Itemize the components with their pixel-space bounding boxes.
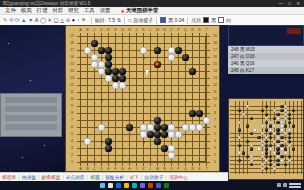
stone-black — [280, 109, 283, 112]
stone-black — [161, 131, 167, 137]
stone-white — [257, 147, 260, 150]
stone-black — [280, 155, 283, 158]
black-chip-label: 黑 — [211, 17, 216, 23]
stone-black — [265, 105, 268, 108]
stone-black — [276, 159, 279, 162]
stone-white — [175, 131, 181, 137]
analysis-panel-header — [228, 25, 304, 46]
tray-date[interactable] — [289, 186, 301, 188]
stone-white — [284, 117, 287, 120]
komi-value[interactable]: 7.5 — [108, 17, 115, 23]
star-point — [185, 99, 187, 101]
stone-white — [280, 159, 283, 162]
stone-black — [98, 47, 104, 53]
go-app-icon[interactable] — [148, 183, 153, 188]
coord-number: 11 — [68, 89, 76, 96]
stone-white — [261, 140, 264, 143]
stone-white — [261, 124, 264, 127]
panel-logo — [287, 28, 301, 34]
stone-white — [284, 132, 287, 135]
coord-number: 18 — [211, 40, 219, 47]
coord-number: 16 — [211, 54, 219, 61]
stone-white — [273, 124, 276, 127]
stone-white — [269, 147, 272, 150]
stone-white — [242, 113, 245, 116]
stone-white — [168, 47, 174, 53]
white-chip-label: 白 — [226, 17, 231, 23]
stone-black — [105, 68, 111, 74]
coord-number: 9 — [211, 103, 219, 110]
stone-white — [189, 124, 195, 130]
star-point — [143, 141, 145, 143]
stone-black — [288, 132, 291, 135]
bottom-bar-button[interactable]: 纯净版 — [20, 174, 38, 180]
cross-mark-icon[interactable]: ✕ — [47, 17, 52, 23]
score-label: 黑 0.04 — [168, 17, 184, 23]
bottom-bar-button[interactable]: 凌点对弈 — [64, 174, 87, 180]
stone-black — [276, 128, 279, 131]
circle-mark-icon[interactable]: ◯ — [40, 17, 46, 23]
stone-black — [119, 75, 125, 81]
stone-black — [154, 131, 160, 137]
stone-white — [276, 136, 279, 139]
coord-number: 3 — [68, 145, 76, 152]
coord-number: 13 — [68, 75, 76, 82]
stone-black — [265, 167, 268, 170]
stone-white — [250, 144, 253, 147]
stone-white — [112, 82, 118, 88]
stone-black — [276, 147, 279, 150]
dialog-row — [5, 106, 57, 112]
stone-black — [182, 54, 188, 60]
stone-white — [284, 109, 287, 112]
stone-black — [288, 136, 291, 139]
search-icon[interactable] — [108, 183, 113, 188]
system-tray[interactable] — [277, 183, 301, 188]
info-dialog[interactable] — [0, 93, 62, 137]
taskbar-icons — [100, 183, 169, 188]
stone-white — [147, 124, 153, 130]
star-point — [185, 141, 187, 143]
stone-white — [203, 117, 209, 123]
edit-icon[interactable]: ✎ — [3, 17, 8, 23]
stone-white — [276, 144, 279, 147]
tray-clock[interactable] — [289, 183, 301, 185]
coord-number: 15 — [211, 61, 219, 68]
desktop-background — [0, 25, 65, 172]
move-list-row[interactable]: 248 黑 M15 — [228, 46, 304, 53]
stone-white — [276, 117, 279, 120]
toolbar-separator — [156, 17, 157, 24]
komi-spinner[interactable]: ⇅ — [117, 17, 121, 23]
stone-black — [189, 68, 195, 74]
bottom-bar-button[interactable]: 棋谱库 — [0, 174, 18, 180]
menu-item[interactable]: 工具 — [84, 7, 95, 13]
coord-number: 14 — [68, 68, 76, 75]
menu-item[interactable]: 研究 — [68, 7, 79, 13]
stone-black — [238, 159, 241, 162]
stone-white — [261, 144, 264, 147]
stone-white — [261, 163, 264, 166]
black-stone-icon[interactable]: ● — [72, 17, 75, 23]
komi-label: 贴目: — [95, 17, 106, 23]
bottom-feature-bar: 棋谱库|纯净版|超级棋盘|凌点对弈|棋规|智能分析|试下|自动数子|培训中心 — [0, 172, 228, 181]
auto-capture-label: 自动提子 — [133, 17, 153, 23]
settings-icon[interactable] — [164, 183, 169, 188]
stone-black — [250, 117, 253, 120]
stone-white — [261, 132, 264, 135]
stone-black — [288, 117, 291, 120]
stone-black — [269, 163, 272, 166]
stone-black — [112, 75, 118, 81]
menu-item[interactable]: 文件 — [5, 7, 16, 13]
stone-black — [250, 147, 253, 150]
coord-number: 2 — [68, 152, 76, 159]
stone-black — [238, 144, 241, 147]
star-point — [143, 99, 145, 101]
toolbar-separator — [187, 17, 188, 24]
coord-number: 8 — [211, 110, 219, 117]
chat-icon[interactable] — [156, 183, 161, 188]
coord-number: 10 — [211, 96, 219, 103]
mail-icon[interactable] — [140, 183, 145, 188]
dialog-row — [5, 124, 57, 130]
stone-black — [269, 136, 272, 139]
stone-white — [273, 109, 276, 112]
stone-black — [265, 140, 268, 143]
coord-number: 12 — [211, 82, 219, 89]
stone-white — [288, 128, 291, 131]
stone-white — [84, 47, 90, 53]
stone-black — [175, 47, 181, 53]
stone-black — [265, 144, 268, 147]
stone-black — [280, 136, 283, 139]
board-coordinates-left: 19181716151413121110987654321 — [68, 33, 76, 166]
bottom-bar-button[interactable]: 培训中心 — [167, 174, 190, 180]
stone-white — [288, 144, 291, 147]
stone-white — [182, 124, 188, 130]
stone-black — [147, 131, 153, 137]
coord-number: 3 — [211, 145, 219, 152]
stone-white — [261, 167, 264, 170]
coord-number: 16 — [68, 54, 76, 61]
menu-item[interactable]: 打谱 — [37, 7, 48, 13]
stone-white — [168, 131, 174, 137]
coord-number: 1 — [68, 159, 76, 166]
toolbar-icons: ✎⟲⟳▲▼A◯✕▢△⊘●◔⚑ — [3, 16, 88, 25]
coord-number: 15 — [68, 61, 76, 68]
stone-white — [265, 136, 268, 139]
auto-capture-checkbox[interactable]: □ — [128, 17, 131, 23]
stone-black — [105, 54, 111, 60]
stone-black — [288, 140, 291, 143]
coord-number: 5 — [211, 131, 219, 138]
stone-white — [168, 124, 174, 130]
stone-black — [154, 47, 160, 53]
coord-number: 9 — [68, 103, 76, 110]
stone-white — [265, 117, 268, 120]
last-move-marker — [156, 63, 158, 65]
stone-black — [154, 124, 160, 130]
main-board-panel: ABCDEFGHJKLMNOPQRST ABCDEFGHJKLMNOPQRST … — [65, 25, 220, 172]
coord-number: 17 — [211, 47, 219, 54]
coord-number: 17 — [68, 47, 76, 54]
blue-chip-icon — [160, 17, 166, 23]
stone-white — [140, 124, 146, 130]
coord-number: 14 — [211, 68, 219, 75]
stone-black — [265, 151, 268, 154]
menu-item[interactable]: 设置 — [100, 7, 111, 13]
coord-number: 2 — [211, 152, 219, 159]
stone-black — [276, 113, 279, 116]
stone-black — [288, 113, 291, 116]
go-board[interactable] — [77, 33, 210, 166]
bottom-bar-button[interactable]: 智能分析 — [103, 174, 126, 180]
stone-white — [105, 75, 111, 81]
stone-black — [105, 145, 111, 151]
title-bar: BQguanqing vs(2)2/weiqun 对弈棋谱 W1-5 — [0, 0, 304, 7]
folder-icon[interactable] — [124, 183, 129, 188]
stone-white — [276, 155, 279, 158]
stone-black — [280, 105, 283, 108]
menu-item[interactable]: 棋局 — [21, 7, 32, 13]
dialog-row — [5, 115, 57, 121]
coord-number: 12 — [68, 82, 76, 89]
coord-number: 4 — [68, 138, 76, 145]
menu-bar: 文件棋局打谱对弈研究工具设置 ★ 天壤围棋学堂 — [0, 7, 304, 15]
stone-black — [105, 138, 111, 144]
stone-black — [276, 140, 279, 143]
stone-black — [250, 132, 253, 135]
coord-number: 5 — [68, 131, 76, 138]
desktop-gap — [220, 25, 228, 181]
stone-white — [261, 151, 264, 154]
stone-white — [261, 155, 264, 158]
move-list-row[interactable]: 245 白 K17 — [228, 67, 304, 74]
stone-white — [273, 151, 276, 154]
star-point — [143, 57, 145, 59]
stone-white — [140, 47, 146, 53]
coord-number: 4 — [211, 138, 219, 145]
stone-white — [280, 128, 283, 131]
stone-white — [273, 163, 276, 166]
stone-white — [238, 121, 241, 124]
bottom-bar-button[interactable]: 自动数子 — [142, 174, 165, 180]
stone-white — [98, 61, 104, 67]
mini-go-board[interactable] — [230, 101, 303, 174]
stone-black — [112, 68, 118, 74]
stone-black — [246, 124, 249, 127]
stone-white — [168, 54, 174, 60]
erase-icon[interactable]: ⊘ — [66, 17, 71, 23]
move-list-row[interactable]: 247 白 O16 — [228, 53, 304, 60]
black-chip-icon — [203, 17, 209, 23]
stone-white — [98, 68, 104, 74]
coord-number: 7 — [211, 117, 219, 124]
toolbar-separator — [124, 17, 125, 24]
menu-item[interactable]: 对弈 — [52, 7, 63, 13]
stone-white — [168, 145, 174, 151]
stone-white — [98, 124, 104, 130]
stone-black — [250, 163, 253, 166]
stone-white — [91, 54, 97, 60]
stone-black — [196, 110, 202, 116]
stone-white — [269, 121, 272, 124]
stone-black — [189, 110, 195, 116]
stone-white — [273, 140, 276, 143]
stone-black — [257, 136, 260, 139]
stone-black — [280, 144, 283, 147]
stone-black — [265, 147, 268, 150]
stone-black — [105, 61, 111, 67]
stone-white — [168, 152, 174, 158]
stone-black — [238, 128, 241, 131]
coord-number: 18 — [68, 40, 76, 47]
stone-black — [238, 109, 241, 112]
stone-black — [242, 151, 245, 154]
coord-number: 8 — [68, 110, 76, 117]
stone-white — [269, 128, 272, 131]
dialog-row — [5, 97, 57, 103]
stone-black — [288, 155, 291, 158]
stone-black — [265, 113, 268, 116]
stone-white — [280, 147, 283, 150]
mini-board-panel — [228, 98, 304, 180]
move-list[interactable]: 248 黑 M15247 白 O16246 黑 Q16245 白 K17 — [228, 46, 304, 75]
stone-white — [84, 138, 90, 144]
star-point — [101, 99, 103, 101]
white-stone-icon[interactable]: ◔ — [77, 17, 80, 23]
stone-black — [284, 163, 287, 166]
stone-white — [140, 131, 146, 137]
stone-white — [284, 140, 287, 143]
stone-black — [265, 128, 268, 131]
stone-white — [91, 61, 97, 67]
stone-white — [238, 151, 241, 154]
square-mark-icon[interactable]: ▢ — [53, 17, 58, 23]
stone-white — [284, 105, 287, 108]
menu-extra-label: 天壤围棋学堂 — [126, 7, 158, 14]
store-icon[interactable] — [132, 183, 137, 188]
stone-black — [276, 132, 279, 135]
stone-black — [269, 155, 272, 158]
stone-black — [273, 117, 276, 120]
stone-white — [238, 136, 241, 139]
white-chip-icon — [218, 17, 224, 23]
stone-black — [284, 147, 287, 150]
window-title: BQguanqing vs(2)2/weiqun 对弈棋谱 W1-5 — [3, 1, 90, 6]
coord-number: 1 — [211, 159, 219, 166]
undo-icon[interactable]: ⟲ — [9, 17, 14, 23]
stone-black — [269, 144, 272, 147]
coord-number: 19 — [68, 33, 76, 40]
coord-number: 10 — [68, 96, 76, 103]
up-icon[interactable]: ▲ — [21, 17, 26, 23]
toolbar-separator — [91, 17, 92, 24]
bottom-bar-button[interactable]: 试下 — [127, 174, 141, 180]
stone-black — [119, 68, 125, 74]
down-icon[interactable]: ▼ — [28, 17, 33, 23]
flag-icon[interactable]: ⚑ — [81, 17, 86, 23]
coord-number: 7 — [68, 117, 76, 124]
start-icon[interactable] — [100, 183, 105, 188]
stone-white — [253, 128, 256, 131]
stone-black — [288, 121, 291, 124]
stone-white — [273, 167, 276, 170]
move-list-row[interactable]: 246 黑 Q16 — [228, 60, 304, 67]
stone-white — [280, 121, 283, 124]
stone-white — [196, 124, 202, 130]
stone-black — [276, 121, 279, 124]
coord-number: 19 — [211, 33, 219, 40]
menu-items: 文件棋局打谱对弈研究工具设置 — [5, 7, 115, 14]
stone-black — [292, 147, 295, 150]
triangle-mark-icon[interactable]: △ — [60, 17, 64, 23]
star-icon: ★ — [120, 8, 124, 14]
bottom-bar-button[interactable]: 超级棋盘 — [39, 174, 62, 180]
stone-black — [161, 124, 167, 130]
stone-black — [265, 155, 268, 158]
stone-black — [246, 155, 249, 158]
stone-white — [288, 159, 291, 162]
coord-number: 6 — [68, 124, 76, 131]
stone-black — [269, 159, 272, 162]
stone-white — [246, 105, 249, 108]
menu-extra-link[interactable]: ★ 天壤围棋学堂 — [120, 7, 158, 14]
stone-white — [273, 132, 276, 135]
count-button[interactable]: 点目 — [191, 17, 201, 23]
coord-number: 11 — [211, 89, 219, 96]
stone-black — [126, 124, 132, 130]
coord-number: 6 — [211, 124, 219, 131]
stone-white — [250, 155, 253, 158]
stone-black — [154, 117, 160, 123]
analysis-panel-body — [228, 75, 304, 98]
coord-number: 13 — [211, 75, 219, 82]
stone-white — [119, 82, 125, 88]
stone-white — [250, 159, 253, 162]
stone-black — [269, 124, 272, 127]
stone-white — [280, 124, 283, 127]
stone-white — [284, 151, 287, 154]
tray-volume-icon[interactable] — [283, 183, 287, 187]
stone-black — [269, 132, 272, 135]
tray-network-icon[interactable] — [277, 183, 281, 187]
label-a-icon[interactable]: A — [35, 17, 39, 23]
stone-black — [91, 40, 97, 46]
stone-black — [261, 109, 264, 112]
stone-black — [276, 163, 279, 166]
stone-black — [276, 151, 279, 154]
stone-black — [154, 138, 160, 144]
board-coordinates-right: 19181716151413121110987654321 — [211, 33, 219, 166]
window-controls[interactable]: — □ ✕ — [279, 0, 303, 7]
stone-black — [105, 47, 111, 53]
edge-browser-icon[interactable] — [116, 183, 121, 188]
stone-black — [246, 140, 249, 143]
stone-white — [284, 113, 287, 116]
stone-black — [161, 145, 167, 151]
stone-black — [265, 121, 268, 124]
stone-black — [284, 124, 287, 127]
star-point — [101, 141, 103, 143]
stone-black — [292, 124, 295, 127]
star-point — [101, 57, 103, 59]
stone-black — [292, 109, 295, 112]
stone-black — [154, 61, 160, 67]
bottom-bar-button[interactable]: 棋规 — [88, 174, 102, 180]
redo-icon[interactable]: ⟳ — [15, 17, 20, 23]
